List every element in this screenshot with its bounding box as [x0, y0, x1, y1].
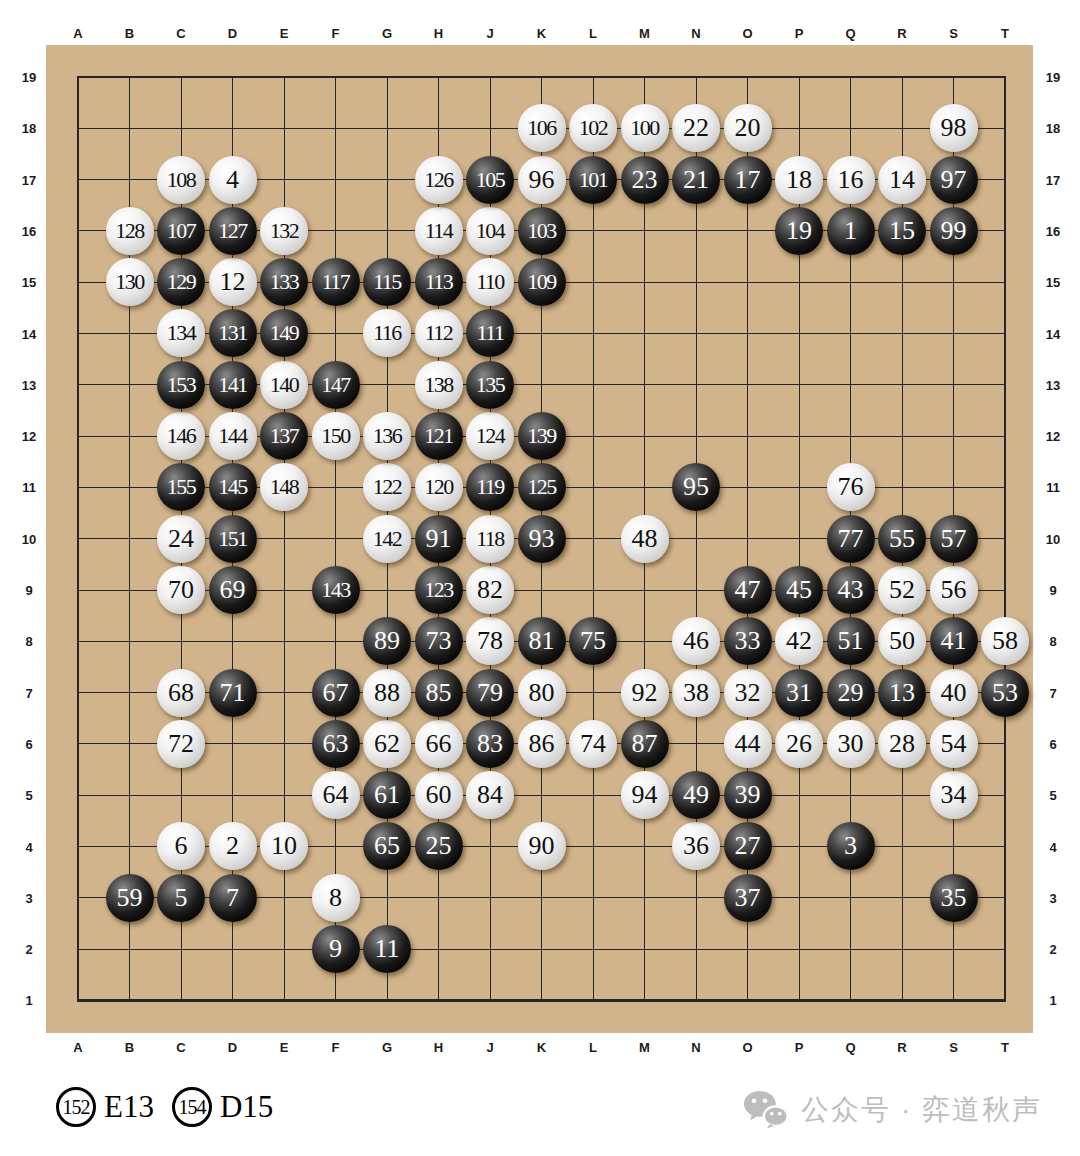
- stone-black-45: 45: [775, 566, 823, 614]
- row-label-left-14: 14: [22, 326, 36, 341]
- intersection-F7: 67: [310, 667, 362, 718]
- stone-black-115: 115: [363, 258, 411, 306]
- stone-white-18: 18: [775, 156, 823, 204]
- intersection-Q10: 77: [825, 513, 877, 564]
- intersection-R16: 15: [876, 205, 928, 256]
- watermark-text: 公众号 · 弈道秋声: [801, 1091, 1042, 1129]
- intersection-R8: 50: [876, 616, 928, 667]
- stone-black-27: 27: [724, 822, 772, 870]
- intersection-G11: 122: [361, 462, 413, 513]
- intersection-N8: 46: [670, 616, 722, 667]
- stone-white-148: 148: [260, 463, 308, 511]
- intersection-E15: 133: [258, 257, 310, 308]
- stone-white-80: 80: [518, 669, 566, 717]
- stone-white-68: 68: [157, 669, 205, 717]
- intersection-D16: 127: [207, 205, 259, 256]
- stone-white-60: 60: [415, 771, 463, 819]
- stone-black-131: 131: [209, 309, 257, 357]
- stone-black-9: 9: [312, 925, 360, 973]
- stone-black-103: 103: [518, 207, 566, 255]
- stone-white-4: 4: [209, 156, 257, 204]
- stone-white-138: 138: [415, 361, 463, 409]
- stone-black-155: 155: [157, 463, 205, 511]
- row-label-right-13: 13: [1046, 377, 1060, 392]
- stone-white-130: 130: [106, 258, 154, 306]
- intersection-C12: 146: [155, 410, 207, 461]
- col-label-bottom-C: C: [176, 1040, 185, 1055]
- row-label-left-5: 5: [25, 788, 32, 803]
- stone-white-136: 136: [363, 412, 411, 460]
- row-label-left-7: 7: [25, 685, 32, 700]
- stone-black-53: 53: [981, 669, 1029, 717]
- intersection-J15: 110: [464, 257, 516, 308]
- intersection-E4: 10: [258, 821, 310, 872]
- intersection-C17: 108: [155, 154, 207, 205]
- stone-black-15: 15: [878, 207, 926, 255]
- intersection-H4: 25: [413, 821, 465, 872]
- intersection-R6: 28: [876, 718, 928, 769]
- intersection-J7: 79: [464, 667, 516, 718]
- stone-black-7: 7: [209, 874, 257, 922]
- stone-black-13: 13: [878, 669, 926, 717]
- stone-black-105: 105: [466, 156, 514, 204]
- row-label-left-9: 9: [25, 583, 32, 598]
- stone-black-133: 133: [260, 258, 308, 306]
- intersection-K11: 125: [516, 462, 568, 513]
- stone-white-96: 96: [518, 156, 566, 204]
- intersection-L6: 74: [567, 718, 619, 769]
- stone-white-20: 20: [724, 104, 772, 152]
- intersection-F5: 64: [310, 770, 362, 821]
- intersection-H6: 66: [413, 718, 465, 769]
- row-label-left-2: 2: [25, 942, 32, 957]
- intersection-E16: 132: [258, 205, 310, 256]
- col-label-top-P: P: [795, 26, 804, 41]
- intersection-K16: 103: [516, 205, 568, 256]
- intersection-C9: 70: [155, 564, 207, 615]
- stone-black-101: 101: [569, 156, 617, 204]
- col-label-top-N: N: [691, 26, 700, 41]
- row-label-right-6: 6: [1049, 736, 1056, 751]
- intersection-J12: 124: [464, 410, 516, 461]
- intersection-J17: 105: [464, 154, 516, 205]
- stone-white-100: 100: [621, 104, 669, 152]
- intersection-M7: 92: [619, 667, 671, 718]
- col-label-top-C: C: [176, 26, 185, 41]
- intersection-B16: 128: [104, 205, 156, 256]
- intersection-C16: 107: [155, 205, 207, 256]
- intersection-P6: 26: [773, 718, 825, 769]
- stone-white-134: 134: [157, 309, 205, 357]
- stone-black-1: 1: [827, 207, 875, 255]
- row-label-right-11: 11: [1046, 480, 1060, 495]
- stone-black-39: 39: [724, 771, 772, 819]
- intersection-C13: 153: [155, 359, 207, 410]
- col-label-top-D: D: [228, 26, 237, 41]
- stone-white-52: 52: [878, 566, 926, 614]
- stone-white-94: 94: [621, 771, 669, 819]
- intersection-E11: 148: [258, 462, 310, 513]
- stones-layer: 1234567891011121314151617181920212223242…: [52, 51, 1031, 1026]
- row-label-left-15: 15: [22, 275, 36, 290]
- intersection-H9: 123: [413, 564, 465, 615]
- stone-black-117: 117: [312, 258, 360, 306]
- row-label-right-4: 4: [1049, 839, 1056, 854]
- intersection-H11: 120: [413, 462, 465, 513]
- intersection-K18: 106: [516, 103, 568, 154]
- stone-black-55: 55: [878, 515, 926, 563]
- intersection-O7: 32: [722, 667, 774, 718]
- intersection-H5: 60: [413, 770, 465, 821]
- intersection-H7: 85: [413, 667, 465, 718]
- row-label-left-18: 18: [22, 121, 36, 136]
- intersection-S3: 35: [928, 872, 980, 923]
- stone-white-32: 32: [724, 669, 772, 717]
- intersection-J13: 135: [464, 359, 516, 410]
- stone-white-64: 64: [312, 771, 360, 819]
- col-label-top-E: E: [280, 26, 289, 41]
- stone-black-139: 139: [518, 412, 566, 460]
- intersection-J16: 104: [464, 205, 516, 256]
- stone-black-119: 119: [466, 463, 514, 511]
- stone-white-108: 108: [157, 156, 205, 204]
- stone-black-107: 107: [157, 207, 205, 255]
- intersection-G14: 116: [361, 308, 413, 359]
- row-label-right-16: 16: [1046, 223, 1060, 238]
- stone-black-145: 145: [209, 463, 257, 511]
- stone-black-65: 65: [363, 822, 411, 870]
- stone-black-91: 91: [415, 515, 463, 563]
- stone-black-129: 129: [157, 258, 205, 306]
- col-label-top-F: F: [332, 26, 340, 41]
- intersection-N4: 36: [670, 821, 722, 872]
- stone-black-87: 87: [621, 720, 669, 768]
- intersection-P7: 31: [773, 667, 825, 718]
- stone-white-106: 106: [518, 104, 566, 152]
- stone-black-43: 43: [827, 566, 875, 614]
- stone-white-86: 86: [518, 720, 566, 768]
- row-label-left-13: 13: [22, 377, 36, 392]
- stone-black-123: 123: [415, 566, 463, 614]
- stone-white-46: 46: [672, 617, 720, 665]
- intersection-D11: 145: [207, 462, 259, 513]
- intersection-H16: 114: [413, 205, 465, 256]
- stone-white-128: 128: [106, 207, 154, 255]
- stone-white-116: 116: [363, 309, 411, 357]
- row-label-left-3: 3: [25, 890, 32, 905]
- stone-black-109: 109: [518, 258, 566, 306]
- col-label-bottom-E: E: [280, 1040, 289, 1055]
- row-label-right-19: 19: [1046, 70, 1060, 85]
- col-label-top-A: A: [73, 26, 82, 41]
- stone-white-22: 22: [672, 104, 720, 152]
- col-label-bottom-F: F: [332, 1040, 340, 1055]
- row-label-right-1: 1: [1049, 993, 1056, 1008]
- moves-at-occupied-note: 152 E13 154 D15: [56, 1082, 291, 1132]
- intersection-D10: 151: [207, 513, 259, 564]
- intersection-S6: 54: [928, 718, 980, 769]
- intersection-S7: 40: [928, 667, 980, 718]
- stone-black-33: 33: [724, 617, 772, 665]
- intersection-S8: 41: [928, 616, 980, 667]
- stone-white-90: 90: [518, 822, 566, 870]
- intersection-K7: 80: [516, 667, 568, 718]
- stone-black-75: 75: [569, 617, 617, 665]
- intersection-H8: 73: [413, 616, 465, 667]
- stone-white-10: 10: [260, 822, 308, 870]
- intersection-G4: 65: [361, 821, 413, 872]
- stone-white-84: 84: [466, 771, 514, 819]
- intersection-C3: 5: [155, 872, 207, 923]
- col-label-bottom-T: T: [1001, 1040, 1009, 1055]
- row-label-right-18: 18: [1046, 121, 1060, 136]
- intersection-E14: 149: [258, 308, 310, 359]
- stone-white-78: 78: [466, 617, 514, 665]
- intersection-S10: 57: [928, 513, 980, 564]
- intersection-K17: 96: [516, 154, 568, 205]
- stone-black-67: 67: [312, 669, 360, 717]
- col-label-bottom-K: K: [537, 1040, 546, 1055]
- stone-white-12: 12: [209, 258, 257, 306]
- stone-black-35: 35: [930, 874, 978, 922]
- intersection-T8: 58: [979, 616, 1031, 667]
- stone-white-112: 112: [415, 309, 463, 357]
- intersection-M5: 94: [619, 770, 671, 821]
- stone-black-57: 57: [930, 515, 978, 563]
- intersection-O9: 47: [722, 564, 774, 615]
- intersection-F6: 63: [310, 718, 362, 769]
- intersection-Q11: 76: [825, 462, 877, 513]
- stone-white-54: 54: [930, 720, 978, 768]
- stone-black-69: 69: [209, 566, 257, 614]
- row-label-left-12: 12: [22, 429, 36, 444]
- go-board[interactable]: 1234567891011121314151617181920212223242…: [46, 45, 1033, 1033]
- intersection-J11: 119: [464, 462, 516, 513]
- intersection-M17: 23: [619, 154, 671, 205]
- intersection-Q6: 30: [825, 718, 877, 769]
- intersection-C14: 134: [155, 308, 207, 359]
- legend-move-circle-152: 152: [56, 1087, 96, 1127]
- intersection-G2: 11: [361, 923, 413, 974]
- stone-white-58: 58: [981, 617, 1029, 665]
- intersection-G12: 136: [361, 410, 413, 461]
- stone-black-41: 41: [930, 617, 978, 665]
- stone-white-142: 142: [363, 515, 411, 563]
- intersection-B15: 130: [104, 257, 156, 308]
- intersection-E12: 137: [258, 410, 310, 461]
- stone-white-28: 28: [878, 720, 926, 768]
- intersection-P8: 42: [773, 616, 825, 667]
- stone-black-99: 99: [930, 207, 978, 255]
- stone-white-30: 30: [827, 720, 875, 768]
- stone-white-50: 50: [878, 617, 926, 665]
- intersection-R17: 14: [876, 154, 928, 205]
- intersection-H12: 121: [413, 410, 465, 461]
- stone-black-21: 21: [672, 156, 720, 204]
- intersection-S9: 56: [928, 564, 980, 615]
- stone-black-59: 59: [106, 874, 154, 922]
- intersection-D13: 141: [207, 359, 259, 410]
- col-label-top-S: S: [949, 26, 958, 41]
- intersection-K4: 90: [516, 821, 568, 872]
- stone-black-29: 29: [827, 669, 875, 717]
- intersection-S17: 97: [928, 154, 980, 205]
- stone-black-89: 89: [363, 617, 411, 665]
- stone-white-24: 24: [157, 515, 205, 563]
- intersection-L17: 101: [567, 154, 619, 205]
- col-label-bottom-M: M: [639, 1040, 650, 1055]
- col-label-bottom-P: P: [795, 1040, 804, 1055]
- stone-white-34: 34: [930, 771, 978, 819]
- stone-black-47: 47: [724, 566, 772, 614]
- intersection-Q16: 1: [825, 205, 877, 256]
- intersection-J14: 111: [464, 308, 516, 359]
- row-label-left-6: 6: [25, 736, 32, 751]
- intersection-N18: 22: [670, 103, 722, 154]
- intersection-P16: 19: [773, 205, 825, 256]
- intersection-K10: 93: [516, 513, 568, 564]
- stone-white-132: 132: [260, 207, 308, 255]
- intersection-J8: 78: [464, 616, 516, 667]
- row-label-left-16: 16: [22, 223, 36, 238]
- intersection-D15: 12: [207, 257, 259, 308]
- col-label-bottom-A: A: [73, 1040, 82, 1055]
- intersection-G7: 88: [361, 667, 413, 718]
- stone-black-83: 83: [466, 720, 514, 768]
- intersection-R10: 55: [876, 513, 928, 564]
- intersection-S5: 34: [928, 770, 980, 821]
- stone-white-16: 16: [827, 156, 875, 204]
- stone-black-77: 77: [827, 515, 875, 563]
- col-label-top-O: O: [742, 26, 752, 41]
- stone-black-97: 97: [930, 156, 978, 204]
- intersection-G5: 61: [361, 770, 413, 821]
- stone-white-124: 124: [466, 412, 514, 460]
- stone-white-76: 76: [827, 463, 875, 511]
- col-label-bottom-H: H: [434, 1040, 443, 1055]
- stone-white-144: 144: [209, 412, 257, 460]
- row-label-right-3: 3: [1049, 890, 1056, 905]
- stone-white-44: 44: [724, 720, 772, 768]
- stone-white-26: 26: [775, 720, 823, 768]
- stone-black-5: 5: [157, 874, 205, 922]
- intersection-F15: 117: [310, 257, 362, 308]
- stone-white-114: 114: [415, 207, 463, 255]
- intersection-Q7: 29: [825, 667, 877, 718]
- intersection-N17: 21: [670, 154, 722, 205]
- intersection-D7: 71: [207, 667, 259, 718]
- row-label-right-17: 17: [1046, 172, 1060, 187]
- intersection-G8: 89: [361, 616, 413, 667]
- stone-white-82: 82: [466, 566, 514, 614]
- row-label-right-8: 8: [1049, 634, 1056, 649]
- intersection-R7: 13: [876, 667, 928, 718]
- intersection-G10: 142: [361, 513, 413, 564]
- stone-black-85: 85: [415, 669, 463, 717]
- stone-black-23: 23: [621, 156, 669, 204]
- stone-white-14: 14: [878, 156, 926, 204]
- intersection-F13: 147: [310, 359, 362, 410]
- intersection-K6: 86: [516, 718, 568, 769]
- stone-black-113: 113: [415, 258, 463, 306]
- col-label-bottom-G: G: [382, 1040, 392, 1055]
- intersection-O8: 33: [722, 616, 774, 667]
- stone-white-70: 70: [157, 566, 205, 614]
- row-label-right-12: 12: [1046, 429, 1060, 444]
- col-label-top-G: G: [382, 26, 392, 41]
- stone-white-8: 8: [312, 874, 360, 922]
- intersection-D3: 7: [207, 872, 259, 923]
- stone-white-42: 42: [775, 617, 823, 665]
- intersection-N5: 49: [670, 770, 722, 821]
- intersection-G6: 62: [361, 718, 413, 769]
- stone-white-66: 66: [415, 720, 463, 768]
- row-label-right-14: 14: [1046, 326, 1060, 341]
- col-label-bottom-J: J: [486, 1040, 493, 1055]
- intersection-E13: 140: [258, 359, 310, 410]
- col-label-bottom-O: O: [742, 1040, 752, 1055]
- intersection-D14: 131: [207, 308, 259, 359]
- stone-white-74: 74: [569, 720, 617, 768]
- row-label-right-2: 2: [1049, 942, 1056, 957]
- intersection-B3: 59: [104, 872, 156, 923]
- col-label-bottom-R: R: [897, 1040, 906, 1055]
- col-label-top-B: B: [125, 26, 134, 41]
- wechat-icon: [743, 1090, 789, 1130]
- stone-black-125: 125: [518, 463, 566, 511]
- intersection-S16: 99: [928, 205, 980, 256]
- intersection-N11: 95: [670, 462, 722, 513]
- stone-white-102: 102: [569, 104, 617, 152]
- intersection-K15: 109: [516, 257, 568, 308]
- stone-black-147: 147: [312, 361, 360, 409]
- stone-black-143: 143: [312, 566, 360, 614]
- stone-white-48: 48: [621, 515, 669, 563]
- col-label-bottom-L: L: [589, 1040, 597, 1055]
- legend-move-circle-154: 154: [172, 1087, 212, 1127]
- intersection-L8: 75: [567, 616, 619, 667]
- stone-black-49: 49: [672, 771, 720, 819]
- intersection-S18: 98: [928, 103, 980, 154]
- stone-white-56: 56: [930, 566, 978, 614]
- stone-white-62: 62: [363, 720, 411, 768]
- intersection-D12: 144: [207, 410, 259, 461]
- stone-black-95: 95: [672, 463, 720, 511]
- stone-white-72: 72: [157, 720, 205, 768]
- intersection-N7: 38: [670, 667, 722, 718]
- col-label-top-T: T: [1001, 26, 1009, 41]
- stone-white-120: 120: [415, 463, 463, 511]
- col-label-top-H: H: [434, 26, 443, 41]
- intersection-J10: 118: [464, 513, 516, 564]
- intersection-F3: 8: [310, 872, 362, 923]
- stone-white-38: 38: [672, 669, 720, 717]
- col-label-bottom-Q: Q: [845, 1040, 855, 1055]
- intersection-G15: 115: [361, 257, 413, 308]
- stone-black-79: 79: [466, 669, 514, 717]
- intersection-H15: 113: [413, 257, 465, 308]
- stone-black-141: 141: [209, 361, 257, 409]
- row-label-right-7: 7: [1049, 685, 1056, 700]
- stone-black-17: 17: [724, 156, 772, 204]
- intersection-C15: 129: [155, 257, 207, 308]
- stone-black-151: 151: [209, 515, 257, 563]
- intersection-D17: 4: [207, 154, 259, 205]
- watermark: 公众号 · 弈道秋声: [743, 1090, 1042, 1130]
- col-label-top-R: R: [897, 26, 906, 41]
- stone-black-19: 19: [775, 207, 823, 255]
- intersection-M10: 48: [619, 513, 671, 564]
